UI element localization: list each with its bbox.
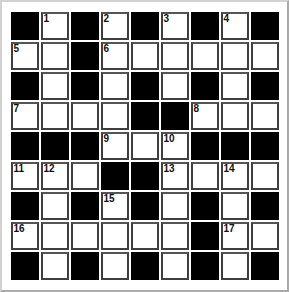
cell-r6c2[interactable]: 12 [41,162,69,190]
cell-r2c1[interactable]: 5 [11,42,39,70]
cell-r5c4[interactable]: 9 [101,132,129,160]
clue-number: 10 [164,133,175,144]
cell-r3c6[interactable] [161,72,189,100]
cell-r8c8[interactable]: 17 [221,222,249,250]
cell-r9c5 [131,252,159,280]
cell-r4c4[interactable] [101,102,129,130]
cell-r1c8[interactable]: 4 [221,12,249,40]
cell-r4c1[interactable]: 7 [11,102,39,130]
cell-r3c2[interactable] [41,72,69,100]
cell-r7c5 [131,192,159,220]
cell-r1c9 [251,12,279,40]
cell-r8c7 [191,222,219,250]
cell-r9c1 [11,252,39,280]
clue-number: 13 [164,163,175,174]
cell-r2c4[interactable]: 6 [101,42,129,70]
cell-r7c9 [251,192,279,220]
cell-r1c6[interactable]: 3 [161,12,189,40]
cell-r2c8[interactable] [221,42,249,70]
cell-r4c8[interactable] [221,102,249,130]
cell-r3c3 [71,72,99,100]
clue-number: 2 [104,13,110,24]
cell-r8c3[interactable] [71,222,99,250]
cell-r6c7[interactable] [191,162,219,190]
cell-r1c1 [11,12,39,40]
cell-r2c5[interactable] [131,42,159,70]
clue-number: 8 [194,103,200,114]
cell-r8c6[interactable] [161,222,189,250]
clue-number: 7 [14,103,20,114]
clue-number: 1 [44,13,50,24]
cell-r6c1[interactable]: 11 [11,162,39,190]
cell-r3c7 [191,72,219,100]
cell-r7c3 [71,192,99,220]
cell-r5c6[interactable]: 10 [161,132,189,160]
cell-r5c5[interactable] [131,132,159,160]
cell-r1c4[interactable]: 2 [101,12,129,40]
clue-number: 5 [14,43,20,54]
cell-r3c4[interactable] [101,72,129,100]
cell-r1c2[interactable]: 1 [41,12,69,40]
cell-r8c1[interactable]: 16 [11,222,39,250]
cell-r4c3[interactable] [71,102,99,130]
cell-r9c4[interactable] [101,252,129,280]
cell-r6c5 [131,162,159,190]
cell-r2c6[interactable] [161,42,189,70]
cell-r9c3 [71,252,99,280]
cell-r5c8 [221,132,249,160]
cell-r4c7[interactable]: 8 [191,102,219,130]
clue-number: 4 [224,13,230,24]
cell-r2c2[interactable] [41,42,69,70]
cell-r5c2 [41,132,69,160]
cell-r7c1 [11,192,39,220]
cell-r4c6 [161,102,189,130]
cell-r9c9 [251,252,279,280]
clue-number: 9 [104,133,110,144]
cell-r3c1 [11,72,39,100]
cell-r7c8[interactable] [221,192,249,220]
cell-r5c1 [11,132,39,160]
clue-number: 3 [164,13,170,24]
cell-r1c3 [71,12,99,40]
clue-number: 15 [104,193,115,204]
cell-r2c3 [71,42,99,70]
cell-r6c6[interactable]: 13 [161,162,189,190]
cell-r3c9 [251,72,279,100]
clue-number: 16 [14,223,25,234]
cell-r8c4[interactable] [101,222,129,250]
crossword-frame: 1234567891011121314151617 [0,0,289,292]
clue-number: 17 [224,223,235,234]
cell-r6c4 [101,162,129,190]
cell-r9c6[interactable] [161,252,189,280]
cell-r2c9[interactable] [251,42,279,70]
cell-r4c2[interactable] [41,102,69,130]
cell-r1c5 [131,12,159,40]
cell-r7c2[interactable] [41,192,69,220]
cell-r7c4[interactable]: 15 [101,192,129,220]
cell-r5c9 [251,132,279,160]
cell-r8c5[interactable] [131,222,159,250]
cell-r7c6[interactable] [161,192,189,220]
cell-r3c8[interactable] [221,72,249,100]
cell-r9c7 [191,252,219,280]
clue-number: 11 [14,163,25,174]
cell-r9c8[interactable] [221,252,249,280]
cell-r4c5 [131,102,159,130]
cell-r1c7 [191,12,219,40]
clue-number: 6 [104,43,110,54]
clue-number: 12 [44,163,55,174]
cell-r3c5 [131,72,159,100]
clue-number: 14 [224,163,235,174]
cell-r7c7 [191,192,219,220]
cell-r6c3[interactable] [71,162,99,190]
cell-r2c7[interactable] [191,42,219,70]
cell-r8c2[interactable] [41,222,69,250]
cell-r6c8[interactable]: 14 [221,162,249,190]
cell-r5c7 [191,132,219,160]
cell-r6c9[interactable] [251,162,279,190]
cell-r5c3 [71,132,99,160]
cell-r9c2[interactable] [41,252,69,280]
crossword-grid: 1234567891011121314151617 [11,12,279,280]
cell-r8c9[interactable] [251,222,279,250]
cell-r4c9[interactable] [251,102,279,130]
